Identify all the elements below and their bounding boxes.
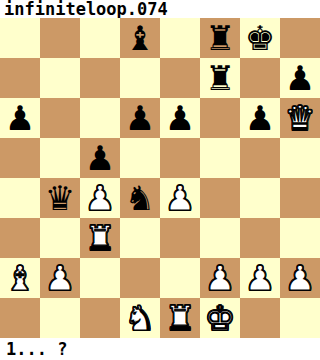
square-f7[interactable]: ♜ — [200, 58, 240, 98]
square-c5[interactable]: ♟ — [80, 138, 120, 178]
square-g4[interactable] — [240, 178, 280, 218]
square-b7[interactable] — [40, 58, 80, 98]
square-d8[interactable]: ♝ — [120, 18, 160, 58]
square-g1[interactable] — [240, 298, 280, 338]
black-bishop-d8[interactable]: ♝ — [125, 18, 155, 58]
white-pawn-g2[interactable]: ♟ — [245, 258, 275, 298]
square-b8[interactable] — [40, 18, 80, 58]
square-h5[interactable] — [280, 138, 320, 178]
square-b4[interactable]: ♛ — [40, 178, 80, 218]
white-pawn-c4[interactable]: ♟ — [85, 178, 115, 218]
square-f4[interactable] — [200, 178, 240, 218]
square-a1[interactable] — [0, 298, 40, 338]
square-f1[interactable]: ♚ — [200, 298, 240, 338]
square-h4[interactable] — [280, 178, 320, 218]
black-pawn-g6[interactable]: ♟ — [245, 98, 275, 138]
square-a5[interactable] — [0, 138, 40, 178]
square-d5[interactable] — [120, 138, 160, 178]
square-h7[interactable]: ♟ — [280, 58, 320, 98]
square-f5[interactable] — [200, 138, 240, 178]
white-rook-c3[interactable]: ♜ — [85, 218, 115, 258]
square-c3[interactable]: ♜ — [80, 218, 120, 258]
square-f6[interactable] — [200, 98, 240, 138]
black-queen-b4[interactable]: ♛ — [45, 178, 75, 218]
square-d4[interactable]: ♞ — [120, 178, 160, 218]
square-a3[interactable] — [0, 218, 40, 258]
black-knight-d4[interactable]: ♞ — [125, 178, 155, 218]
square-g7[interactable] — [240, 58, 280, 98]
chess-puzzle-app: infiniteloop.074 ♝♜♚♜♟♟♟♟♟♛♟♛♟♞♟♜♝♟♟♟♟♞♜… — [0, 0, 320, 360]
square-e4[interactable]: ♟ — [160, 178, 200, 218]
square-e2[interactable] — [160, 258, 200, 298]
square-g6[interactable]: ♟ — [240, 98, 280, 138]
square-c7[interactable] — [80, 58, 120, 98]
square-g3[interactable] — [240, 218, 280, 258]
square-h6[interactable]: ♛ — [280, 98, 320, 138]
square-b6[interactable] — [40, 98, 80, 138]
square-e3[interactable] — [160, 218, 200, 258]
white-pawn-e4[interactable]: ♟ — [165, 178, 195, 218]
square-d7[interactable] — [120, 58, 160, 98]
square-e6[interactable]: ♟ — [160, 98, 200, 138]
square-a2[interactable]: ♝ — [0, 258, 40, 298]
square-c2[interactable] — [80, 258, 120, 298]
square-b5[interactable] — [40, 138, 80, 178]
square-b1[interactable] — [40, 298, 80, 338]
square-h2[interactable]: ♟ — [280, 258, 320, 298]
square-d3[interactable] — [120, 218, 160, 258]
puzzle-title: infiniteloop.074 — [0, 0, 320, 18]
black-pawn-d6[interactable]: ♟ — [125, 98, 155, 138]
black-pawn-c5[interactable]: ♟ — [85, 138, 115, 178]
square-d6[interactable]: ♟ — [120, 98, 160, 138]
chess-board: ♝♜♚♜♟♟♟♟♟♛♟♛♟♞♟♜♝♟♟♟♟♞♜♚ — [0, 18, 320, 338]
square-c8[interactable] — [80, 18, 120, 58]
square-d1[interactable]: ♞ — [120, 298, 160, 338]
square-d2[interactable] — [120, 258, 160, 298]
square-a8[interactable] — [0, 18, 40, 58]
square-h1[interactable] — [280, 298, 320, 338]
white-pawn-f2[interactable]: ♟ — [205, 258, 235, 298]
square-g8[interactable]: ♚ — [240, 18, 280, 58]
black-pawn-e6[interactable]: ♟ — [165, 98, 195, 138]
square-e7[interactable] — [160, 58, 200, 98]
square-a6[interactable]: ♟ — [0, 98, 40, 138]
black-king-g8[interactable]: ♚ — [245, 18, 275, 58]
white-bishop-a2[interactable]: ♝ — [5, 258, 35, 298]
white-queen-h6[interactable]: ♛ — [285, 98, 315, 138]
square-f8[interactable]: ♜ — [200, 18, 240, 58]
black-pawn-h7[interactable]: ♟ — [285, 58, 315, 98]
white-king-f1[interactable]: ♚ — [205, 298, 235, 338]
square-a4[interactable] — [0, 178, 40, 218]
square-f3[interactable] — [200, 218, 240, 258]
square-g5[interactable] — [240, 138, 280, 178]
white-pawn-b2[interactable]: ♟ — [45, 258, 75, 298]
black-rook-f7[interactable]: ♜ — [205, 58, 235, 98]
white-knight-d1[interactable]: ♞ — [125, 298, 155, 338]
black-rook-f8[interactable]: ♜ — [205, 18, 235, 58]
black-pawn-a6[interactable]: ♟ — [5, 98, 35, 138]
square-h3[interactable] — [280, 218, 320, 258]
move-prompt: 1... ? — [0, 338, 320, 360]
square-c6[interactable] — [80, 98, 120, 138]
square-e5[interactable] — [160, 138, 200, 178]
square-c1[interactable] — [80, 298, 120, 338]
square-a7[interactable] — [0, 58, 40, 98]
white-rook-e1[interactable]: ♜ — [165, 298, 195, 338]
square-g2[interactable]: ♟ — [240, 258, 280, 298]
white-pawn-h2[interactable]: ♟ — [285, 258, 315, 298]
square-h8[interactable] — [280, 18, 320, 58]
square-b2[interactable]: ♟ — [40, 258, 80, 298]
square-b3[interactable] — [40, 218, 80, 258]
square-e8[interactable] — [160, 18, 200, 58]
square-e1[interactable]: ♜ — [160, 298, 200, 338]
square-c4[interactable]: ♟ — [80, 178, 120, 218]
square-f2[interactable]: ♟ — [200, 258, 240, 298]
